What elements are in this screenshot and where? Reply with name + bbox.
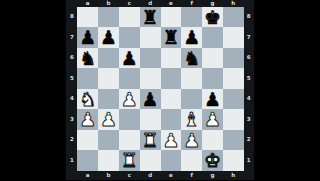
- white-pawn-a3: ♟: [79, 109, 96, 129]
- square-f7[interactable]: ♟: [181, 27, 202, 48]
- black-pawn-f7: ♟: [183, 27, 200, 47]
- black-king-g8: ♚: [204, 7, 221, 27]
- black-pawn-a7: ♟: [79, 27, 96, 47]
- square-d6[interactable]: [140, 48, 161, 69]
- rank-label-left-2: 2: [66, 130, 77, 151]
- square-h1[interactable]: [223, 150, 244, 171]
- square-a3[interactable]: ♟: [77, 109, 98, 130]
- square-b3[interactable]: ♟: [98, 109, 119, 130]
- square-g7[interactable]: [202, 27, 223, 48]
- square-a7[interactable]: ♟: [77, 27, 98, 48]
- square-e7[interactable]: ♜: [161, 27, 182, 48]
- rank-label-right-7: 7: [244, 27, 254, 48]
- square-c1[interactable]: ♜: [119, 150, 140, 171]
- square-d7[interactable]: [140, 27, 161, 48]
- square-b5[interactable]: [98, 68, 119, 89]
- square-b6[interactable]: [98, 48, 119, 69]
- square-e8[interactable]: [161, 7, 182, 28]
- white-king-g1: ♚: [204, 150, 221, 170]
- square-f6[interactable]: ♞: [181, 48, 202, 69]
- square-f2[interactable]: ♟: [181, 130, 202, 151]
- file-label-bottom-h: h: [223, 171, 244, 181]
- rank-label-right-3: 3: [244, 109, 254, 130]
- square-e5[interactable]: [161, 68, 182, 89]
- square-c5[interactable]: [119, 68, 140, 89]
- square-g2[interactable]: [202, 130, 223, 151]
- square-a2[interactable]: [77, 130, 98, 151]
- square-g1[interactable]: ♚: [202, 150, 223, 171]
- rank-label-right-6: 6: [244, 48, 254, 69]
- black-pawn-d4: ♟: [142, 89, 159, 109]
- video-frame: aabbccddeeffgghh8877665544332211♜♚♟♟♜♟♞♟…: [0, 0, 320, 180]
- square-h7[interactable]: [223, 27, 244, 48]
- rank-label-left-5: 5: [66, 68, 77, 89]
- square-g3[interactable]: ♟: [202, 109, 223, 130]
- file-label-bottom-f: f: [181, 171, 202, 181]
- square-e6[interactable]: [161, 48, 182, 69]
- rank-label-right-5: 5: [244, 68, 254, 89]
- rank-label-right-4: 4: [244, 89, 254, 110]
- white-pawn-c4: ♟: [121, 89, 138, 109]
- square-g6[interactable]: [202, 48, 223, 69]
- square-e1[interactable]: [161, 150, 182, 171]
- black-rook-d8: ♜: [142, 7, 159, 27]
- rank-label-left-3: 3: [66, 109, 77, 130]
- black-pawn-b7: ♟: [100, 27, 117, 47]
- square-c7[interactable]: [119, 27, 140, 48]
- black-pawn-g4: ♟: [204, 89, 221, 109]
- rank-label-left-4: 4: [66, 89, 77, 110]
- square-h4[interactable]: [223, 89, 244, 110]
- square-c4[interactable]: ♟: [119, 89, 140, 110]
- white-pawn-f2: ♟: [183, 130, 200, 150]
- square-e2[interactable]: ♟: [161, 130, 182, 151]
- square-h3[interactable]: [223, 109, 244, 130]
- square-d8[interactable]: ♜: [140, 7, 161, 28]
- square-e4[interactable]: [161, 89, 182, 110]
- square-c2[interactable]: [119, 130, 140, 151]
- square-e3[interactable]: [161, 109, 182, 130]
- square-c8[interactable]: [119, 7, 140, 28]
- black-knight-a6: ♞: [79, 48, 96, 68]
- rank-label-right-2: 2: [244, 130, 254, 151]
- square-f4[interactable]: [181, 89, 202, 110]
- square-d1[interactable]: [140, 150, 161, 171]
- black-rook-e7: ♜: [162, 27, 179, 47]
- file-label-bottom-a: a: [77, 171, 98, 181]
- rank-label-right-1: 1: [244, 150, 254, 171]
- square-f8[interactable]: [181, 7, 202, 28]
- square-b1[interactable]: [98, 150, 119, 171]
- square-c3[interactable]: [119, 109, 140, 130]
- square-b7[interactable]: ♟: [98, 27, 119, 48]
- file-label-bottom-e: e: [161, 171, 182, 181]
- square-a5[interactable]: [77, 68, 98, 89]
- square-f3[interactable]: ♝: [181, 109, 202, 130]
- square-a8[interactable]: [77, 7, 98, 28]
- square-d4[interactable]: ♟: [140, 89, 161, 110]
- rank-label-right-8: 8: [244, 7, 254, 28]
- square-g4[interactable]: ♟: [202, 89, 223, 110]
- file-label-bottom-c: c: [119, 171, 140, 181]
- square-d2[interactable]: ♜: [140, 130, 161, 151]
- white-rook-d2: ♜: [142, 130, 159, 150]
- white-pawn-g3: ♟: [204, 109, 221, 129]
- white-bishop-f3: ♝: [183, 109, 200, 129]
- square-d3[interactable]: [140, 109, 161, 130]
- white-pawn-b3: ♟: [100, 109, 117, 129]
- rank-label-left-6: 6: [66, 48, 77, 69]
- square-h5[interactable]: [223, 68, 244, 89]
- rank-label-left-7: 7: [66, 27, 77, 48]
- file-label-bottom-g: g: [202, 171, 223, 181]
- file-label-bottom-b: b: [98, 171, 119, 181]
- black-knight-f6: ♞: [183, 48, 200, 68]
- square-f5[interactable]: [181, 68, 202, 89]
- black-pawn-c6: ♟: [121, 48, 138, 68]
- square-f1[interactable]: [181, 150, 202, 171]
- square-b2[interactable]: [98, 130, 119, 151]
- square-b4[interactable]: [98, 89, 119, 110]
- white-pawn-e2: ♟: [162, 130, 179, 150]
- square-c6[interactable]: ♟: [119, 48, 140, 69]
- square-b8[interactable]: [98, 7, 119, 28]
- rank-label-left-1: 1: [66, 150, 77, 171]
- square-d5[interactable]: [140, 68, 161, 89]
- chess-diagram: aabbccddeeffgghh8877665544332211♜♚♟♟♜♟♞♟…: [66, 0, 253, 180]
- square-g5[interactable]: [202, 68, 223, 89]
- square-a4[interactable]: ♞: [77, 89, 98, 110]
- square-a6[interactable]: ♞: [77, 48, 98, 69]
- square-g8[interactable]: ♚: [202, 7, 223, 28]
- white-knight-a4: ♞: [79, 89, 96, 109]
- file-label-bottom-d: d: [140, 171, 161, 181]
- white-rook-c1: ♜: [121, 150, 138, 170]
- square-h6[interactable]: [223, 48, 244, 69]
- square-a1[interactable]: [77, 150, 98, 171]
- rank-label-left-8: 8: [66, 7, 77, 28]
- square-h2[interactable]: [223, 130, 244, 151]
- square-h8[interactable]: [223, 7, 244, 28]
